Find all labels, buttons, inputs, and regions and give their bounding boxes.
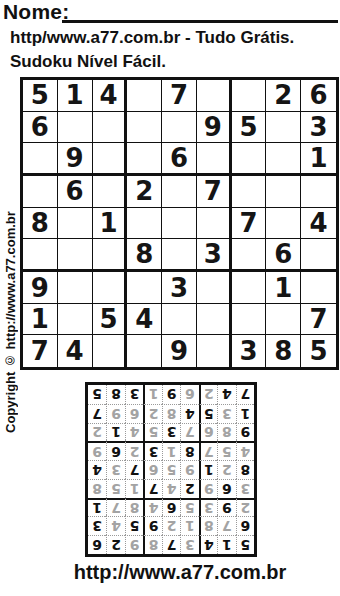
cell-r3c1[interactable] (23, 143, 58, 176)
solution-cell-r2c5: 2 (162, 516, 180, 535)
solution-cell-r5c2: 2 (217, 460, 235, 479)
cell-r2c7[interactable]: 5 (232, 112, 267, 144)
cell-r6c5[interactable] (162, 239, 197, 272)
name-label: Nome: (3, 0, 69, 24)
cell-r4c7[interactable] (232, 176, 267, 208)
solution-cell-r8c4: 4 (180, 404, 198, 423)
solution-cell-r1c9: 6 (88, 535, 106, 554)
cell-r6c1[interactable] (23, 239, 58, 272)
solution-cell-r4c4: 2 (180, 479, 198, 498)
solution-cell-r8c7: 6 (125, 404, 143, 423)
solution-cell-r4c6: 7 (143, 479, 161, 498)
solution-cell-r5c5: 5 (162, 460, 180, 479)
site-tagline: http/www.a77.com.br - Tudo Grátis. (10, 28, 340, 48)
cell-r8c6[interactable] (197, 304, 232, 336)
cell-r4c5[interactable] (162, 176, 197, 208)
cell-r1c7[interactable] (232, 80, 267, 112)
solution-cell-r3c6: 4 (143, 498, 161, 517)
solution-cell-r3c1: 2 (236, 498, 254, 517)
cell-r6c3[interactable] (93, 239, 128, 272)
solution-cell-r7c8: 1 (106, 423, 124, 442)
cell-r4c2[interactable]: 6 (58, 176, 93, 208)
cell-r4c3[interactable] (93, 176, 128, 208)
solution-cell-r9c5: 9 (162, 385, 180, 404)
solution-cell-r5c3: 1 (199, 460, 217, 479)
cell-r7c5[interactable]: 3 (162, 272, 197, 304)
solution-cell-r4c5: 4 (162, 479, 180, 498)
solution-cell-r3c5: 6 (162, 498, 180, 517)
copyright-vertical: Copyright © http://www.a77.com.br (0, 155, 20, 433)
solution-cell-r7c6: 5 (143, 423, 161, 442)
cell-r7c6[interactable] (197, 272, 232, 304)
cell-r3c2[interactable]: 9 (58, 143, 93, 176)
cell-r3c3[interactable] (93, 143, 128, 176)
cell-r9c9[interactable]: 5 (301, 335, 336, 367)
name-fill-line (62, 20, 338, 23)
solution-cell-r7c4: 7 (180, 423, 198, 442)
cell-r7c7[interactable] (232, 272, 267, 304)
solution-cell-r3c7: 8 (125, 498, 143, 517)
cell-r9c5[interactable]: 9 (162, 335, 197, 367)
cell-r6c8[interactable]: 6 (266, 239, 301, 272)
cell-r8c3[interactable]: 5 (93, 304, 128, 336)
solution-cell-r6c8: 6 (106, 441, 124, 460)
solution-cell-r6c6: 3 (143, 441, 161, 460)
solution-cell-r4c8: 5 (106, 479, 124, 498)
cell-r1c8[interactable]: 2 (266, 80, 301, 112)
solution-cell-r8c6: 2 (143, 404, 161, 423)
solution-cell-r1c6: 8 (143, 535, 161, 554)
cell-r5c1[interactable]: 8 (23, 208, 58, 240)
solution-cell-r4c9: 8 (88, 479, 106, 498)
solution-cell-r7c5: 3 (162, 423, 180, 442)
solution-cell-r9c1: 7 (236, 385, 254, 404)
cell-r6c2[interactable] (58, 239, 93, 272)
solution-cell-r8c5: 8 (162, 404, 180, 423)
solution-cell-r7c1: 9 (236, 423, 254, 442)
solution-cell-r2c4: 1 (180, 516, 198, 535)
cell-r2c3[interactable] (93, 112, 128, 144)
cell-r8c1[interactable]: 1 (23, 304, 58, 336)
cell-r7c2[interactable] (58, 272, 93, 304)
solution-cell-r4c7: 1 (125, 479, 143, 498)
cell-r5c5[interactable] (162, 208, 197, 240)
cell-r3c8[interactable] (266, 143, 301, 176)
cell-r5c7[interactable]: 7 (232, 208, 267, 240)
solution-cell-r9c8: 8 (106, 385, 124, 404)
solution-cell-r1c4: 3 (180, 535, 198, 554)
cell-r7c9[interactable] (301, 272, 336, 304)
solution-cell-r4c2: 6 (217, 479, 235, 498)
solution-cell-r2c6: 9 (143, 516, 161, 535)
solution-cell-r1c8: 2 (106, 535, 124, 554)
cell-r2c1[interactable]: 6 (23, 112, 58, 144)
cell-r5c4[interactable] (127, 208, 162, 240)
solution-cell-r6c4: 8 (180, 441, 198, 460)
solution-cell-r5c6: 6 (143, 460, 161, 479)
solution-cell-r8c3: 5 (199, 404, 217, 423)
solution-cell-r5c4: 9 (180, 460, 198, 479)
solution-cell-r7c3: 6 (199, 423, 217, 442)
solution-cell-r3c2: 9 (217, 498, 235, 517)
solution-cell-r7c2: 8 (217, 423, 235, 442)
solution-cell-r5c8: 3 (106, 460, 124, 479)
cell-r1c4[interactable] (127, 80, 162, 112)
cell-r4c1[interactable] (23, 176, 58, 208)
cell-r2c6[interactable]: 9 (197, 112, 232, 144)
cell-r4c8[interactable] (266, 176, 301, 208)
sudoku-solution-grid-rotated: 5143789266781295432935648713692471588219… (85, 382, 257, 557)
cell-r2c4[interactable] (127, 112, 162, 144)
cell-r2c2[interactable] (58, 112, 93, 144)
cell-r6c9[interactable] (301, 239, 336, 272)
cell-r8c8[interactable] (266, 304, 301, 336)
solution-cell-r1c2: 1 (217, 535, 235, 554)
solution-cell-r6c5: 1 (162, 441, 180, 460)
cell-r8c5[interactable] (162, 304, 197, 336)
cell-r5c9[interactable]: 4 (301, 208, 336, 240)
solution-cell-r2c3: 8 (199, 516, 217, 535)
cell-r7c1[interactable]: 9 (23, 272, 58, 304)
solution-cell-r9c6: 1 (143, 385, 161, 404)
cell-r8c4[interactable]: 4 (127, 304, 162, 336)
cell-r5c3[interactable]: 1 (93, 208, 128, 240)
solution-cell-r6c1: 4 (236, 441, 254, 460)
cell-r1c6[interactable] (197, 80, 232, 112)
cell-r9c7[interactable]: 3 (232, 335, 267, 367)
cell-r3c4[interactable] (127, 143, 162, 176)
solution-cell-r2c8: 4 (106, 516, 124, 535)
cell-r9c4[interactable] (127, 335, 162, 367)
cell-r1c5[interactable]: 7 (162, 80, 197, 112)
cell-r7c4[interactable] (127, 272, 162, 304)
solution-cell-r7c9: 2 (88, 423, 106, 442)
solution-cell-r1c1: 5 (236, 535, 254, 554)
solution-cell-r9c9: 5 (88, 385, 106, 404)
solution-cell-r1c7: 9 (125, 535, 143, 554)
cell-r2c5[interactable] (162, 112, 197, 144)
cell-r8c9[interactable]: 7 (301, 304, 336, 336)
worksheet-page: Nome: http/www.a77.com.br - Tudo Grátis.… (0, 0, 340, 596)
solution-cell-r5c9: 4 (88, 460, 106, 479)
puzzle-title: Sudoku Nível Fácil. (10, 52, 166, 72)
solution-cell-r3c4: 5 (180, 498, 198, 517)
cell-r8c2[interactable] (58, 304, 93, 336)
cell-r1c9[interactable]: 6 (301, 80, 336, 112)
cell-r5c6[interactable] (197, 208, 232, 240)
solution-cell-r3c3: 3 (199, 498, 217, 517)
solution-cell-r3c8: 7 (106, 498, 124, 517)
solution-cell-r4c3: 9 (199, 479, 217, 498)
footer-url: http://www.a77.com.br (20, 561, 340, 584)
cell-r4c6[interactable]: 7 (197, 176, 232, 208)
solution-cell-r5c1: 8 (236, 460, 254, 479)
cell-r9c3[interactable] (93, 335, 128, 367)
cell-r5c8[interactable] (266, 208, 301, 240)
solution-cell-r6c7: 2 (125, 441, 143, 460)
solution-cell-r8c9: 7 (88, 404, 106, 423)
cell-r1c1[interactable]: 5 (23, 80, 58, 112)
solution-cell-r1c5: 7 (162, 535, 180, 554)
solution-cell-r1c3: 4 (199, 535, 217, 554)
cell-r9c1[interactable]: 7 (23, 335, 58, 367)
cell-r3c5[interactable]: 6 (162, 143, 197, 176)
solution-cell-r6c3: 7 (199, 441, 217, 460)
cell-r4c4[interactable]: 2 (127, 176, 162, 208)
solution-cell-r9c7: 3 (125, 385, 143, 404)
solution-cell-r6c2: 5 (217, 441, 235, 460)
solution-cell-r2c1: 6 (236, 516, 254, 535)
solution-cell-r8c2: 3 (217, 404, 235, 423)
solution-cell-r2c2: 7 (217, 516, 235, 535)
cell-r6c6[interactable]: 3 (197, 239, 232, 272)
cell-r7c3[interactable] (93, 272, 128, 304)
solution-cell-r3c9: 1 (88, 498, 106, 517)
cell-r7c8[interactable]: 1 (266, 272, 301, 304)
solution-cell-r9c2: 4 (217, 385, 235, 404)
cell-r8c7[interactable] (232, 304, 267, 336)
solution-cell-r5c7: 7 (125, 460, 143, 479)
solution-cell-r4c1: 3 (236, 479, 254, 498)
solution-cell-r8c8: 9 (106, 404, 124, 423)
cell-r9c8[interactable]: 8 (266, 335, 301, 367)
sudoku-puzzle-grid: 514726695396162781748369311547749385 (20, 77, 339, 370)
cell-r3c9[interactable]: 1 (301, 143, 336, 176)
cell-r6c4[interactable]: 8 (127, 239, 162, 272)
solution-cell-r2c7: 5 (125, 516, 143, 535)
solution-cell-r7c7: 4 (125, 423, 143, 442)
cell-r2c9[interactable]: 3 (301, 112, 336, 144)
cell-r3c6[interactable] (197, 143, 232, 176)
cell-r4c9[interactable] (301, 176, 336, 208)
cell-r9c6[interactable] (197, 335, 232, 367)
cell-r9c2[interactable]: 4 (58, 335, 93, 367)
cell-r2c8[interactable] (266, 112, 301, 144)
solution-cell-r9c3: 2 (199, 385, 217, 404)
solution-cell-r6c9: 9 (88, 441, 106, 460)
cell-r3c7[interactable] (232, 143, 267, 176)
cell-r6c7[interactable] (232, 239, 267, 272)
cell-r1c2[interactable]: 1 (58, 80, 93, 112)
cell-r5c2[interactable] (58, 208, 93, 240)
solution-cell-r9c4: 6 (180, 385, 198, 404)
cell-r1c3[interactable]: 4 (93, 80, 128, 112)
solution-cell-r2c9: 3 (88, 516, 106, 535)
solution-cell-r8c1: 1 (236, 404, 254, 423)
